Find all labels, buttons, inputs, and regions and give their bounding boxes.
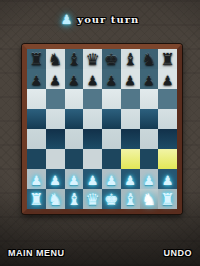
square-e2[interactable]: ♟ bbox=[102, 169, 121, 189]
main-menu-button[interactable]: MAIN MENU bbox=[8, 248, 65, 258]
square-e1[interactable]: ♚ bbox=[102, 189, 121, 209]
square-f1[interactable]: ♝ bbox=[121, 189, 140, 209]
board-frame: ♜♞♝♛♚♝♞♜♟♟♟♟♟♟♟♟♟♟♟♟♟♟♟♟♜♞♝♛♚♝♞♜ bbox=[22, 44, 182, 214]
black-bishop: ♝ bbox=[67, 52, 81, 68]
chess-app-screen: ♟ your turn ♜♞♝♛♚♝♞♜♟♟♟♟♟♟♟♟♟♟♟♟♟♟♟♟♜♞♝♛… bbox=[0, 0, 200, 266]
black-knight: ♞ bbox=[142, 52, 156, 68]
black-pawn: ♟ bbox=[124, 73, 136, 86]
square-a5[interactable] bbox=[27, 109, 46, 129]
white-pawn: ♟ bbox=[143, 173, 155, 186]
black-rook: ♜ bbox=[29, 52, 43, 68]
white-pawn-icon: ♟ bbox=[61, 13, 73, 26]
white-pawn: ♟ bbox=[124, 173, 136, 186]
square-f4[interactable] bbox=[121, 129, 140, 149]
square-f8[interactable]: ♝ bbox=[121, 49, 140, 69]
white-rook: ♜ bbox=[160, 192, 174, 208]
square-d6[interactable] bbox=[83, 89, 102, 109]
square-h3[interactable] bbox=[158, 149, 177, 169]
white-pawn: ♟ bbox=[87, 173, 99, 186]
white-knight: ♞ bbox=[48, 192, 62, 208]
square-h1[interactable]: ♜ bbox=[158, 189, 177, 209]
black-queen: ♛ bbox=[85, 52, 99, 68]
square-e3[interactable] bbox=[102, 149, 121, 169]
white-pawn: ♟ bbox=[49, 173, 61, 186]
white-queen: ♛ bbox=[85, 192, 99, 208]
square-e6[interactable] bbox=[102, 89, 121, 109]
square-b7[interactable]: ♟ bbox=[46, 69, 65, 89]
square-a7[interactable]: ♟ bbox=[27, 69, 46, 89]
square-b6[interactable] bbox=[46, 89, 65, 109]
square-b5[interactable] bbox=[46, 109, 65, 129]
square-h8[interactable]: ♜ bbox=[158, 49, 177, 69]
square-c6[interactable] bbox=[65, 89, 84, 109]
square-d3[interactable] bbox=[83, 149, 102, 169]
black-pawn: ♟ bbox=[106, 73, 118, 86]
square-c7[interactable]: ♟ bbox=[65, 69, 84, 89]
square-g8[interactable]: ♞ bbox=[140, 49, 159, 69]
square-g1[interactable]: ♞ bbox=[140, 189, 159, 209]
square-d1[interactable]: ♛ bbox=[83, 189, 102, 209]
square-g2[interactable]: ♟ bbox=[140, 169, 159, 189]
square-d4[interactable] bbox=[83, 129, 102, 149]
black-pawn: ♟ bbox=[68, 73, 80, 86]
bottom-bar: MAIN MENU UNDO bbox=[0, 246, 200, 260]
white-knight: ♞ bbox=[142, 192, 156, 208]
square-a4[interactable] bbox=[27, 129, 46, 149]
black-king: ♚ bbox=[104, 52, 118, 68]
black-pawn: ♟ bbox=[31, 73, 43, 86]
square-f7[interactable]: ♟ bbox=[121, 69, 140, 89]
chess-board: ♜♞♝♛♚♝♞♜♟♟♟♟♟♟♟♟♟♟♟♟♟♟♟♟♜♞♝♛♚♝♞♜ bbox=[27, 49, 177, 209]
square-d8[interactable]: ♛ bbox=[83, 49, 102, 69]
white-pawn: ♟ bbox=[162, 173, 174, 186]
square-a6[interactable] bbox=[27, 89, 46, 109]
square-d2[interactable]: ♟ bbox=[83, 169, 102, 189]
square-g4[interactable] bbox=[140, 129, 159, 149]
square-h4[interactable] bbox=[158, 129, 177, 149]
square-f2[interactable]: ♟ bbox=[121, 169, 140, 189]
black-pawn: ♟ bbox=[162, 73, 174, 86]
square-h7[interactable]: ♟ bbox=[158, 69, 177, 89]
square-e8[interactable]: ♚ bbox=[102, 49, 121, 69]
white-king: ♚ bbox=[104, 192, 118, 208]
square-d7[interactable]: ♟ bbox=[83, 69, 102, 89]
white-pawn: ♟ bbox=[31, 173, 43, 186]
square-b3[interactable] bbox=[46, 149, 65, 169]
square-g3[interactable] bbox=[140, 149, 159, 169]
square-a2[interactable]: ♟ bbox=[27, 169, 46, 189]
square-b2[interactable]: ♟ bbox=[46, 169, 65, 189]
square-g5[interactable] bbox=[140, 109, 159, 129]
square-e4[interactable] bbox=[102, 129, 121, 149]
square-a3[interactable] bbox=[27, 149, 46, 169]
turn-status-label: your turn bbox=[77, 14, 139, 25]
black-pawn: ♟ bbox=[49, 73, 61, 86]
undo-button[interactable]: UNDO bbox=[164, 248, 193, 258]
square-b1[interactable]: ♞ bbox=[46, 189, 65, 209]
square-g6[interactable] bbox=[140, 89, 159, 109]
square-c8[interactable]: ♝ bbox=[65, 49, 84, 69]
black-pawn: ♟ bbox=[87, 73, 99, 86]
square-c1[interactable]: ♝ bbox=[65, 189, 84, 209]
white-bishop: ♝ bbox=[67, 192, 81, 208]
black-knight: ♞ bbox=[48, 52, 62, 68]
black-rook: ♜ bbox=[160, 52, 174, 68]
square-c2[interactable]: ♟ bbox=[65, 169, 84, 189]
square-b8[interactable]: ♞ bbox=[46, 49, 65, 69]
square-d5[interactable] bbox=[83, 109, 102, 129]
square-f3[interactable] bbox=[121, 149, 140, 169]
square-c4[interactable] bbox=[65, 129, 84, 149]
square-a1[interactable]: ♜ bbox=[27, 189, 46, 209]
white-rook: ♜ bbox=[29, 192, 43, 208]
square-h2[interactable]: ♟ bbox=[158, 169, 177, 189]
square-b4[interactable] bbox=[46, 129, 65, 149]
turn-indicator: ♟ your turn bbox=[0, 10, 200, 28]
black-pawn: ♟ bbox=[143, 73, 155, 86]
square-h5[interactable] bbox=[158, 109, 177, 129]
square-a8[interactable]: ♜ bbox=[27, 49, 46, 69]
white-bishop: ♝ bbox=[123, 192, 137, 208]
square-e5[interactable] bbox=[102, 109, 121, 129]
black-bishop: ♝ bbox=[123, 52, 137, 68]
square-g7[interactable]: ♟ bbox=[140, 69, 159, 89]
square-f5[interactable] bbox=[121, 109, 140, 129]
white-pawn: ♟ bbox=[106, 173, 118, 186]
square-h6[interactable] bbox=[158, 89, 177, 109]
square-c5[interactable] bbox=[65, 109, 84, 129]
square-f6[interactable] bbox=[121, 89, 140, 109]
white-pawn: ♟ bbox=[68, 173, 80, 186]
square-e7[interactable]: ♟ bbox=[102, 69, 121, 89]
square-c3[interactable] bbox=[65, 149, 84, 169]
